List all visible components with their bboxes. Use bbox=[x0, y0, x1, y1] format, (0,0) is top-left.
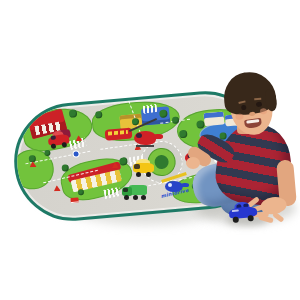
boy-teeth bbox=[246, 119, 259, 124]
van-window bbox=[134, 164, 140, 169]
toy-helicopter-red bbox=[126, 122, 164, 150]
toy-truck-green bbox=[121, 181, 149, 201]
wheel bbox=[62, 142, 68, 148]
wheel bbox=[124, 195, 129, 200]
toy-car-blue bbox=[227, 200, 259, 223]
wheel bbox=[232, 217, 239, 224]
toy-van-yellow bbox=[132, 157, 155, 178]
finger bbox=[258, 214, 274, 223]
boy-right-hand bbox=[186, 157, 200, 169]
heli-window bbox=[136, 133, 142, 138]
heli-window bbox=[168, 183, 172, 187]
crosswalk bbox=[103, 187, 120, 199]
wheel bbox=[247, 215, 254, 222]
wheel bbox=[141, 195, 146, 200]
blue-sign bbox=[72, 150, 80, 158]
warning-sign bbox=[53, 185, 60, 192]
wheel bbox=[133, 195, 138, 200]
truck-window bbox=[123, 188, 128, 192]
product-photo: minidrive bbox=[0, 0, 300, 300]
tree bbox=[44, 150, 51, 157]
wheel bbox=[136, 172, 141, 177]
heli-skid bbox=[136, 145, 154, 147]
boy bbox=[185, 60, 300, 225]
thumb bbox=[272, 212, 285, 223]
wheel bbox=[51, 143, 57, 149]
wheel bbox=[146, 172, 151, 177]
toy-car-red bbox=[46, 128, 71, 149]
heli-tail bbox=[153, 134, 163, 139]
stop-sign bbox=[70, 197, 78, 203]
boy-head bbox=[221, 69, 282, 142]
